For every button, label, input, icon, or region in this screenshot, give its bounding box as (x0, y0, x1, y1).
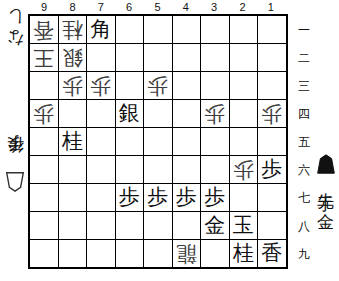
file-label-6: 6 (115, 1, 143, 13)
square-4-2 (173, 44, 201, 71)
rank-label-9: 九 (296, 241, 312, 269)
square-8-9 (59, 240, 87, 267)
file-label-5: 5 (143, 1, 171, 13)
square-8-1: 桂 (59, 16, 87, 43)
square-2-7 (230, 184, 258, 211)
gote-hand-pieces: なし (3, 14, 27, 59)
square-7-8 (87, 212, 115, 239)
square-4-7: 歩 (173, 184, 201, 211)
square-4-4 (173, 100, 201, 127)
square-1-5 (258, 128, 286, 155)
square-7-6 (87, 156, 115, 183)
file-label-9: 9 (30, 1, 58, 13)
piece-gote: 銀 (62, 47, 83, 68)
rank-label-5: 五 (296, 128, 312, 156)
square-3-1 (201, 16, 229, 43)
rank-label-3: 三 (296, 72, 312, 100)
square-4-6 (173, 156, 201, 183)
square-6-6 (116, 156, 144, 183)
file-label-3: 3 (200, 1, 228, 13)
square-5-2 (144, 44, 172, 71)
shogi-board: 香桂角王銀歩歩歩歩銀歩歩桂歩歩歩歩歩歩金玉龍桂香 (28, 14, 288, 269)
square-1-4: 歩 (258, 100, 286, 127)
piece-sente: 歩 (261, 159, 282, 180)
rank-label-1: 一 (296, 16, 312, 44)
square-3-9 (201, 240, 229, 267)
square-5-4 (144, 100, 172, 127)
square-8-7 (59, 184, 87, 211)
square-7-4 (87, 100, 115, 127)
square-7-1: 角 (87, 16, 115, 43)
square-7-9 (87, 240, 115, 267)
piece-sente: 歩 (204, 187, 225, 208)
square-4-5 (173, 128, 201, 155)
square-8-8 (59, 212, 87, 239)
piece-gote: 歩 (204, 103, 225, 124)
rank-label-7: 七 (296, 185, 312, 213)
piece-gote: 歩 (62, 75, 83, 96)
square-2-1 (230, 16, 258, 43)
piece-gote: 桂 (62, 19, 83, 40)
square-9-3 (30, 72, 58, 99)
square-1-1 (258, 16, 286, 43)
piece-gote: 龍 (176, 243, 197, 264)
square-9-2: 王 (30, 44, 58, 71)
square-1-6: 歩 (258, 156, 286, 183)
square-6-3 (116, 72, 144, 99)
piece-sente: 金 (204, 215, 225, 236)
square-5-1 (144, 16, 172, 43)
file-label-7: 7 (87, 1, 115, 13)
square-8-6 (59, 156, 87, 183)
piece-gote: 王 (33, 47, 54, 68)
square-8-5: 桂 (59, 128, 87, 155)
square-1-7 (258, 184, 286, 211)
square-9-1: 香 (30, 16, 58, 43)
square-8-3: 歩 (59, 72, 87, 99)
rank-label-8: 八 (296, 213, 312, 241)
square-2-2 (230, 44, 258, 71)
piece-sente: 角 (90, 19, 111, 40)
square-5-3: 歩 (144, 72, 172, 99)
square-5-8 (144, 212, 172, 239)
file-labels: 987654321 (30, 0, 285, 14)
square-9-8 (30, 212, 58, 239)
piece-gote: 歩 (90, 75, 111, 96)
square-6-9 (116, 240, 144, 267)
square-2-6: 歩 (230, 156, 258, 183)
square-3-5 (201, 128, 229, 155)
rank-label-4: 四 (296, 100, 312, 128)
piece-sente: 銀 (119, 103, 140, 124)
sente-hand-area: 先手 金 (313, 154, 339, 202)
rank-labels: 一二三四五六七八九 (296, 16, 312, 269)
piece-sente: 歩 (176, 187, 197, 208)
file-label-4: 4 (172, 1, 200, 13)
file-label-8: 8 (58, 1, 86, 13)
gote-hand-area: 後手 なし (3, 14, 27, 192)
square-2-8: 玉 (230, 212, 258, 239)
square-3-4: 歩 (201, 100, 229, 127)
square-4-3 (173, 72, 201, 99)
square-6-1 (116, 16, 144, 43)
piece-gote: 香 (33, 19, 54, 40)
square-5-7: 歩 (144, 184, 172, 211)
square-8-2: 銀 (59, 44, 87, 71)
piece-sente: 香 (261, 243, 282, 264)
piece-gote: 歩 (233, 159, 254, 180)
sente-label: 先手 (314, 179, 338, 185)
square-6-7: 歩 (116, 184, 144, 211)
piece-sente: 歩 (119, 187, 140, 208)
file-label-1: 1 (257, 1, 285, 13)
square-4-1 (173, 16, 201, 43)
square-9-5 (30, 128, 58, 155)
square-9-4: 歩 (30, 100, 58, 127)
square-7-2 (87, 44, 115, 71)
piece-sente: 歩 (147, 187, 168, 208)
rank-label-2: 二 (296, 44, 312, 72)
piece-gote: 歩 (147, 75, 168, 96)
square-5-9 (144, 240, 172, 267)
square-1-2 (258, 44, 286, 71)
square-6-4: 銀 (116, 100, 144, 127)
square-1-8 (258, 212, 286, 239)
square-2-5 (230, 128, 258, 155)
square-6-2 (116, 44, 144, 71)
square-4-9: 龍 (173, 240, 201, 267)
square-7-5 (87, 128, 115, 155)
piece-sente: 桂 (62, 131, 83, 152)
rank-label-6: 六 (296, 157, 312, 185)
square-1-9: 香 (258, 240, 286, 267)
square-3-7: 歩 (201, 184, 229, 211)
square-9-9 (30, 240, 58, 267)
file-label-2: 2 (228, 1, 256, 13)
square-7-7 (87, 184, 115, 211)
square-3-8: 金 (201, 212, 229, 239)
square-3-3 (201, 72, 229, 99)
piece-gote: 歩 (261, 103, 282, 124)
square-8-4 (59, 100, 87, 127)
square-2-3 (230, 72, 258, 99)
piece-gote: 歩 (33, 103, 54, 124)
square-3-6 (201, 156, 229, 183)
square-5-6 (144, 156, 172, 183)
square-4-8 (173, 212, 201, 239)
gote-label: 後手 (3, 162, 27, 168)
square-2-9: 桂 (230, 240, 258, 267)
sente-hand-pieces: 金 (314, 199, 338, 202)
gote-piece-icon (6, 172, 24, 192)
square-6-8 (116, 212, 144, 239)
piece-sente: 桂 (233, 243, 254, 264)
square-3-2 (201, 44, 229, 71)
piece-sente: 玉 (233, 215, 254, 236)
square-7-3: 歩 (87, 72, 115, 99)
square-6-5 (116, 128, 144, 155)
square-2-4 (230, 100, 258, 127)
square-1-3 (258, 72, 286, 99)
sente-piece-icon (317, 154, 335, 174)
square-5-5 (144, 128, 172, 155)
square-9-6 (30, 156, 58, 183)
square-9-7 (30, 184, 58, 211)
